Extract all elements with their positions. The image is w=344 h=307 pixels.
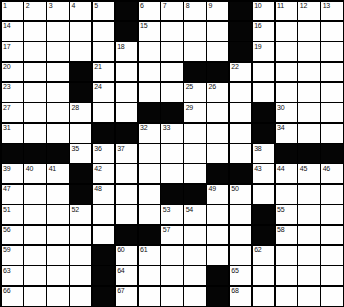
cell-r11c1[interactable]: 51 bbox=[2, 205, 23, 224]
cell-r1c10[interactable]: 9 bbox=[207, 2, 228, 21]
cell-r11c8[interactable]: 53 bbox=[161, 205, 182, 224]
cell-r1c2[interactable]: 2 bbox=[24, 2, 45, 21]
black-square-r6c12 bbox=[253, 103, 274, 122]
cell-r7c15[interactable] bbox=[321, 124, 342, 143]
cell-r2c9[interactable] bbox=[184, 22, 205, 41]
cell-r14c12[interactable] bbox=[253, 266, 274, 285]
black-square-r8c13 bbox=[276, 144, 297, 163]
black-square-r12c7 bbox=[139, 226, 160, 245]
black-square-r8c2 bbox=[24, 144, 45, 163]
cell-r10c6[interactable] bbox=[116, 185, 137, 204]
clue-number-56: 56 bbox=[3, 226, 10, 234]
cell-r12c13[interactable]: 58 bbox=[276, 226, 297, 245]
cell-r10c11[interactable]: 50 bbox=[230, 185, 251, 204]
cell-r9c3[interactable]: 41 bbox=[47, 164, 68, 183]
cell-r4c2[interactable] bbox=[24, 63, 45, 82]
cell-r9c15[interactable]: 46 bbox=[321, 164, 342, 183]
cell-r1c3[interactable]: 3 bbox=[47, 2, 68, 21]
cell-r12c11[interactable] bbox=[230, 226, 251, 245]
cell-r15c8[interactable] bbox=[161, 287, 182, 306]
cell-r4c6[interactable] bbox=[116, 63, 137, 82]
clue-number-50: 50 bbox=[231, 185, 238, 193]
cell-r2c12[interactable]: 16 bbox=[253, 22, 274, 41]
cell-r6c1[interactable]: 27 bbox=[2, 103, 23, 122]
clue-number-59: 59 bbox=[3, 246, 10, 254]
cell-r15c14[interactable] bbox=[298, 287, 319, 306]
black-square-r10c8 bbox=[161, 185, 182, 204]
cell-r2c1[interactable]: 14 bbox=[2, 22, 23, 41]
cell-r1c15[interactable]: 13 bbox=[321, 2, 342, 21]
clue-number-67: 67 bbox=[117, 287, 124, 295]
cell-r9c1[interactable]: 39 bbox=[2, 164, 23, 183]
cell-r13c15[interactable] bbox=[321, 246, 342, 265]
cell-r3c6[interactable]: 18 bbox=[116, 42, 137, 61]
black-square-r10c4 bbox=[70, 185, 91, 204]
cell-r1c9[interactable]: 8 bbox=[184, 2, 205, 21]
cell-r13c12[interactable]: 62 bbox=[253, 246, 274, 265]
black-square-r1c6 bbox=[116, 2, 137, 21]
cell-r14c1[interactable]: 63 bbox=[2, 266, 23, 285]
cell-r11c4[interactable]: 52 bbox=[70, 205, 91, 224]
cell-r7c3[interactable] bbox=[47, 124, 68, 143]
cell-r10c7[interactable] bbox=[139, 185, 160, 204]
clue-number-35: 35 bbox=[72, 145, 79, 153]
cell-r5c1[interactable]: 23 bbox=[2, 83, 23, 102]
cell-r10c5[interactable]: 48 bbox=[93, 185, 114, 204]
cell-r5c3[interactable] bbox=[47, 83, 68, 102]
cell-r5c5[interactable]: 24 bbox=[93, 83, 114, 102]
black-square-r12c12 bbox=[253, 226, 274, 245]
clue-number-15: 15 bbox=[140, 22, 147, 30]
cell-r2c5[interactable] bbox=[93, 22, 114, 41]
clue-number-18: 18 bbox=[117, 43, 124, 51]
clue-number-2: 2 bbox=[26, 2, 30, 10]
cell-r2c2[interactable] bbox=[24, 22, 45, 41]
cell-r14c7[interactable] bbox=[139, 266, 160, 285]
cell-r4c12[interactable] bbox=[253, 63, 274, 82]
clue-number-41: 41 bbox=[49, 165, 56, 173]
clue-number-45: 45 bbox=[300, 165, 307, 173]
cell-r6c6[interactable] bbox=[116, 103, 137, 122]
cell-r6c9[interactable]: 29 bbox=[184, 103, 205, 122]
cell-r3c8[interactable] bbox=[161, 42, 182, 61]
clue-number-40: 40 bbox=[26, 165, 33, 173]
cell-r2c14[interactable] bbox=[298, 22, 319, 41]
clue-number-1: 1 bbox=[3, 2, 7, 10]
cell-r11c11[interactable] bbox=[230, 205, 251, 224]
cell-r15c3[interactable] bbox=[47, 287, 68, 306]
clue-number-32: 32 bbox=[140, 124, 147, 132]
cell-r13c7[interactable]: 61 bbox=[139, 246, 160, 265]
cell-r1c13[interactable]: 11 bbox=[276, 2, 297, 21]
clue-number-51: 51 bbox=[3, 206, 10, 214]
black-square-r9c11 bbox=[230, 164, 251, 183]
cell-r15c2[interactable] bbox=[24, 287, 45, 306]
cell-r4c7[interactable] bbox=[139, 63, 160, 82]
cell-r4c5[interactable]: 21 bbox=[93, 63, 114, 82]
clue-number-29: 29 bbox=[186, 104, 193, 112]
clue-number-4: 4 bbox=[72, 2, 76, 10]
clue-number-37: 37 bbox=[117, 145, 124, 153]
cell-r3c12[interactable]: 19 bbox=[253, 42, 274, 61]
cell-r7c2[interactable] bbox=[24, 124, 45, 143]
cell-r9c13[interactable]: 44 bbox=[276, 164, 297, 183]
cell-r12c14[interactable] bbox=[298, 226, 319, 245]
cell-r5c11[interactable] bbox=[230, 83, 251, 102]
black-square-r7c12 bbox=[253, 124, 274, 143]
cell-r15c13[interactable] bbox=[276, 287, 297, 306]
cell-r8c10[interactable] bbox=[207, 144, 228, 163]
clue-number-66: 66 bbox=[3, 287, 10, 295]
cell-r14c3[interactable] bbox=[47, 266, 68, 285]
clue-number-19: 19 bbox=[254, 43, 261, 51]
cell-r9c8[interactable] bbox=[161, 164, 182, 183]
clue-number-65: 65 bbox=[231, 267, 238, 275]
cell-r2c10[interactable] bbox=[207, 22, 228, 41]
cell-r2c15[interactable] bbox=[321, 22, 342, 41]
cell-r11c9[interactable]: 54 bbox=[184, 205, 205, 224]
clue-number-17: 17 bbox=[3, 43, 10, 51]
cell-r4c1[interactable]: 20 bbox=[2, 63, 23, 82]
cell-r11c15[interactable] bbox=[321, 205, 342, 224]
cell-r9c14[interactable]: 45 bbox=[298, 164, 319, 183]
clue-number-9: 9 bbox=[209, 2, 213, 10]
cell-r9c6[interactable] bbox=[116, 164, 137, 183]
cell-r8c7[interactable] bbox=[139, 144, 160, 163]
clue-number-49: 49 bbox=[209, 185, 216, 193]
cell-r10c10[interactable]: 49 bbox=[207, 185, 228, 204]
clue-number-60: 60 bbox=[117, 246, 124, 254]
cell-r10c1[interactable]: 47 bbox=[2, 185, 23, 204]
clue-number-10: 10 bbox=[254, 2, 261, 10]
cell-r1c12[interactable]: 10 bbox=[253, 2, 274, 21]
cell-r10c3[interactable] bbox=[47, 185, 68, 204]
clue-number-13: 13 bbox=[323, 2, 330, 10]
black-square-r7c6 bbox=[116, 124, 137, 143]
cell-r10c14[interactable] bbox=[298, 185, 319, 204]
cell-r11c5[interactable] bbox=[93, 205, 114, 224]
cell-r13c1[interactable]: 59 bbox=[2, 246, 23, 265]
black-square-r9c10 bbox=[207, 164, 228, 183]
cell-r9c9[interactable] bbox=[184, 164, 205, 183]
clue-number-28: 28 bbox=[72, 104, 79, 112]
cell-r11c10[interactable] bbox=[207, 205, 228, 224]
cell-r3c5[interactable] bbox=[93, 42, 114, 61]
clue-number-8: 8 bbox=[186, 2, 190, 10]
cell-r11c7[interactable] bbox=[139, 205, 160, 224]
cell-r13c11[interactable] bbox=[230, 246, 251, 265]
black-square-r14c5 bbox=[93, 266, 114, 285]
clue-number-46: 46 bbox=[323, 165, 330, 173]
cell-r6c4[interactable]: 28 bbox=[70, 103, 91, 122]
cell-r9c5[interactable]: 42 bbox=[93, 164, 114, 183]
cell-r5c6[interactable] bbox=[116, 83, 137, 102]
cell-r14c13[interactable] bbox=[276, 266, 297, 285]
cell-r5c9[interactable]: 25 bbox=[184, 83, 205, 102]
cell-r4c15[interactable] bbox=[321, 63, 342, 82]
clue-number-20: 20 bbox=[3, 63, 10, 71]
cell-r5c2[interactable] bbox=[24, 83, 45, 102]
cell-r12c15[interactable] bbox=[321, 226, 342, 245]
cell-r2c3[interactable] bbox=[47, 22, 68, 41]
cell-r3c10[interactable] bbox=[207, 42, 228, 61]
cell-r7c8[interactable]: 33 bbox=[161, 124, 182, 143]
cell-r6c5[interactable] bbox=[93, 103, 114, 122]
cell-r2c4[interactable] bbox=[70, 22, 91, 41]
cell-r7c7[interactable]: 32 bbox=[139, 124, 160, 143]
cell-r3c15[interactable] bbox=[321, 42, 342, 61]
cell-r15c15[interactable] bbox=[321, 287, 342, 306]
cell-r3c3[interactable] bbox=[47, 42, 68, 61]
cell-r10c15[interactable] bbox=[321, 185, 342, 204]
black-square-r3c11 bbox=[230, 42, 251, 61]
cell-r13c9[interactable] bbox=[184, 246, 205, 265]
cell-r14c14[interactable] bbox=[298, 266, 319, 285]
cell-r11c3[interactable] bbox=[47, 205, 68, 224]
cell-r13c6[interactable]: 60 bbox=[116, 246, 137, 265]
clue-number-63: 63 bbox=[3, 267, 10, 275]
cell-r4c13[interactable] bbox=[276, 63, 297, 82]
cell-r11c6[interactable] bbox=[116, 205, 137, 224]
clue-number-47: 47 bbox=[3, 185, 10, 193]
cell-r2c7[interactable]: 15 bbox=[139, 22, 160, 41]
clue-number-27: 27 bbox=[3, 104, 10, 112]
black-square-r10c9 bbox=[184, 185, 205, 204]
cell-r14c8[interactable] bbox=[161, 266, 182, 285]
black-square-r11c12 bbox=[253, 205, 274, 224]
black-square-r7c5 bbox=[93, 124, 114, 143]
clue-number-36: 36 bbox=[94, 145, 101, 153]
cell-r7c1[interactable]: 31 bbox=[2, 124, 23, 143]
black-square-r8c14 bbox=[298, 144, 319, 163]
cell-r3c7[interactable] bbox=[139, 42, 160, 61]
cell-r8c9[interactable] bbox=[184, 144, 205, 163]
cell-r12c3[interactable] bbox=[47, 226, 68, 245]
cell-r1c1[interactable]: 1 bbox=[2, 2, 23, 21]
clue-number-55: 55 bbox=[277, 206, 284, 214]
clue-number-42: 42 bbox=[94, 165, 101, 173]
cell-r8c12[interactable]: 38 bbox=[253, 144, 274, 163]
cell-r13c4[interactable] bbox=[70, 246, 91, 265]
cell-r14c6[interactable]: 64 bbox=[116, 266, 137, 285]
clue-number-14: 14 bbox=[3, 22, 10, 30]
cell-r7c9[interactable] bbox=[184, 124, 205, 143]
cell-r5c13[interactable] bbox=[276, 83, 297, 102]
cell-r5c7[interactable] bbox=[139, 83, 160, 102]
clue-number-23: 23 bbox=[3, 83, 10, 91]
clue-number-30: 30 bbox=[277, 104, 284, 112]
cell-r3c13[interactable] bbox=[276, 42, 297, 61]
cell-r13c3[interactable] bbox=[47, 246, 68, 265]
cell-r6c3[interactable] bbox=[47, 103, 68, 122]
clue-number-25: 25 bbox=[186, 83, 193, 91]
clue-number-31: 31 bbox=[3, 124, 10, 132]
cell-r2c8[interactable] bbox=[161, 22, 182, 41]
cell-r13c8[interactable] bbox=[161, 246, 182, 265]
black-square-r1c11 bbox=[230, 2, 251, 21]
clue-number-22: 22 bbox=[231, 63, 238, 71]
clue-number-24: 24 bbox=[94, 83, 101, 91]
cell-r9c12[interactable]: 43 bbox=[253, 164, 274, 183]
clue-number-52: 52 bbox=[72, 206, 79, 214]
black-square-r14c10 bbox=[207, 266, 228, 285]
cell-r11c13[interactable]: 55 bbox=[276, 205, 297, 224]
clue-number-57: 57 bbox=[163, 226, 170, 234]
clue-number-58: 58 bbox=[277, 226, 284, 234]
cell-r8c4[interactable]: 35 bbox=[70, 144, 91, 163]
cell-r10c12[interactable] bbox=[253, 185, 274, 204]
cell-r1c4[interactable]: 4 bbox=[70, 2, 91, 21]
clue-number-61: 61 bbox=[140, 246, 147, 254]
cell-r6c13[interactable]: 30 bbox=[276, 103, 297, 122]
cell-r3c14[interactable] bbox=[298, 42, 319, 61]
black-square-r4c10 bbox=[207, 63, 228, 82]
clue-number-43: 43 bbox=[254, 165, 261, 173]
cell-r5c14[interactable] bbox=[298, 83, 319, 102]
clue-number-12: 12 bbox=[300, 2, 307, 10]
cell-r8c8[interactable] bbox=[161, 144, 182, 163]
cell-r14c2[interactable] bbox=[24, 266, 45, 285]
cell-r12c5[interactable] bbox=[93, 226, 114, 245]
cell-r15c1[interactable]: 66 bbox=[2, 287, 23, 306]
clue-number-33: 33 bbox=[163, 124, 170, 132]
cell-r13c10[interactable] bbox=[207, 246, 228, 265]
cell-r7c10[interactable] bbox=[207, 124, 228, 143]
black-square-r13c5 bbox=[93, 246, 114, 265]
clue-number-26: 26 bbox=[209, 83, 216, 91]
black-square-r5c4 bbox=[70, 83, 91, 102]
clue-number-3: 3 bbox=[49, 2, 53, 10]
black-square-r9c4 bbox=[70, 164, 91, 183]
cell-r5c10[interactable]: 26 bbox=[207, 83, 228, 102]
cell-r15c6[interactable]: 67 bbox=[116, 287, 137, 306]
cell-r11c2[interactable] bbox=[24, 205, 45, 224]
cell-r12c10[interactable] bbox=[207, 226, 228, 245]
cell-r13c14[interactable] bbox=[298, 246, 319, 265]
cell-r12c2[interactable] bbox=[24, 226, 45, 245]
cell-r14c11[interactable]: 65 bbox=[230, 266, 251, 285]
black-square-r15c10 bbox=[207, 287, 228, 306]
cell-r15c9[interactable] bbox=[184, 287, 205, 306]
clue-number-53: 53 bbox=[163, 206, 170, 214]
clue-number-44: 44 bbox=[277, 165, 284, 173]
black-square-r4c4 bbox=[70, 63, 91, 82]
clue-number-64: 64 bbox=[117, 267, 124, 275]
cell-r4c11[interactable]: 22 bbox=[230, 63, 251, 82]
cell-r6c10[interactable] bbox=[207, 103, 228, 122]
clue-number-21: 21 bbox=[94, 63, 101, 71]
cell-r15c11[interactable]: 68 bbox=[230, 287, 251, 306]
cell-r10c13[interactable] bbox=[276, 185, 297, 204]
cell-r14c9[interactable] bbox=[184, 266, 205, 285]
clue-number-48: 48 bbox=[94, 185, 101, 193]
black-square-r4c9 bbox=[184, 63, 205, 82]
cell-r6c11[interactable] bbox=[230, 103, 251, 122]
clue-number-54: 54 bbox=[186, 206, 193, 214]
clue-number-34: 34 bbox=[277, 124, 284, 132]
cell-r9c7[interactable] bbox=[139, 164, 160, 183]
cell-r5c12[interactable] bbox=[253, 83, 274, 102]
black-square-r2c6 bbox=[116, 22, 137, 41]
cell-r3c1[interactable]: 17 bbox=[2, 42, 23, 61]
clue-number-6: 6 bbox=[140, 2, 144, 10]
cell-r8c5[interactable]: 36 bbox=[93, 144, 114, 163]
cell-r1c7[interactable]: 6 bbox=[139, 2, 160, 21]
cell-r13c13[interactable] bbox=[276, 246, 297, 265]
cell-r7c4[interactable] bbox=[70, 124, 91, 143]
black-square-r2c11 bbox=[230, 22, 251, 41]
black-square-r6c7 bbox=[139, 103, 160, 122]
cell-r12c9[interactable] bbox=[184, 226, 205, 245]
cell-r9c2[interactable]: 40 bbox=[24, 164, 45, 183]
cell-r10c2[interactable] bbox=[24, 185, 45, 204]
cell-r15c7[interactable] bbox=[139, 287, 160, 306]
cell-r12c1[interactable]: 56 bbox=[2, 226, 23, 245]
cell-r15c4[interactable] bbox=[70, 287, 91, 306]
cell-r7c14[interactable] bbox=[298, 124, 319, 143]
cell-r8c11[interactable] bbox=[230, 144, 251, 163]
crossword-board: 1234567891011121314151617181920212223242… bbox=[0, 0, 344, 307]
cell-r3c2[interactable] bbox=[24, 42, 45, 61]
clue-number-5: 5 bbox=[94, 2, 98, 10]
cell-r6c2[interactable] bbox=[24, 103, 45, 122]
cell-r12c4[interactable] bbox=[70, 226, 91, 245]
cell-r12c8[interactable]: 57 bbox=[161, 226, 182, 245]
black-square-r12c6 bbox=[116, 226, 137, 245]
cell-r11c14[interactable] bbox=[298, 205, 319, 224]
black-square-r6c8 bbox=[161, 103, 182, 122]
cell-r14c15[interactable] bbox=[321, 266, 342, 285]
clue-number-39: 39 bbox=[3, 165, 10, 173]
clue-number-7: 7 bbox=[163, 2, 167, 10]
cell-r2c13[interactable] bbox=[276, 22, 297, 41]
black-square-r8c1 bbox=[2, 144, 23, 163]
clue-number-62: 62 bbox=[254, 246, 261, 254]
black-square-r8c15 bbox=[321, 144, 342, 163]
cell-r4c14[interactable] bbox=[298, 63, 319, 82]
cell-r7c13[interactable]: 34 bbox=[276, 124, 297, 143]
black-square-r8c3 bbox=[47, 144, 68, 163]
clue-number-16: 16 bbox=[254, 22, 261, 30]
clue-number-11: 11 bbox=[277, 2, 284, 10]
cell-r4c3[interactable] bbox=[47, 63, 68, 82]
clue-number-38: 38 bbox=[254, 145, 261, 153]
cell-r3c4[interactable] bbox=[70, 42, 91, 61]
cell-r5c15[interactable] bbox=[321, 83, 342, 102]
clue-number-68: 68 bbox=[231, 287, 238, 295]
cell-r7c11[interactable] bbox=[230, 124, 251, 143]
cell-r13c2[interactable] bbox=[24, 246, 45, 265]
cell-r4c8[interactable] bbox=[161, 63, 182, 82]
black-square-r15c5 bbox=[93, 287, 114, 306]
cell-r14c4[interactable] bbox=[70, 266, 91, 285]
cell-r1c14[interactable]: 12 bbox=[298, 2, 319, 21]
cell-r6c14[interactable] bbox=[298, 103, 319, 122]
cell-r3c9[interactable] bbox=[184, 42, 205, 61]
cell-r15c12[interactable] bbox=[253, 287, 274, 306]
cell-r8c6[interactable]: 37 bbox=[116, 144, 137, 163]
cell-r6c15[interactable] bbox=[321, 103, 342, 122]
cell-r1c5[interactable]: 5 bbox=[93, 2, 114, 21]
cell-r1c8[interactable]: 7 bbox=[161, 2, 182, 21]
cell-r5c8[interactable] bbox=[161, 83, 182, 102]
